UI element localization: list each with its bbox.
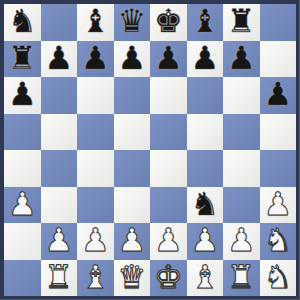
square-a5[interactable] [4, 114, 41, 151]
black-rook[interactable]: ♜ [8, 42, 37, 74]
square-e6[interactable] [150, 77, 187, 114]
square-a4[interactable] [4, 150, 41, 187]
square-b6[interactable] [41, 77, 78, 114]
square-c6[interactable] [77, 77, 114, 114]
square-g2[interactable]: ♟ [223, 223, 260, 260]
square-a2[interactable] [4, 223, 41, 260]
square-h3[interactable]: ♟ [260, 187, 297, 224]
white-pawn[interactable]: ♟ [44, 224, 73, 256]
square-a8[interactable]: ♞ [4, 4, 41, 41]
square-c8[interactable]: ♝ [77, 4, 114, 41]
square-h2[interactable]: ♞ [260, 223, 297, 260]
board-frame: ♞♝♛♚♝♜♜♟♟♟♟♟♟♟♟♟♞♟♟♟♟♟♟♟♞♜♝♛♚♝♜♞ [0, 0, 300, 300]
white-pawn[interactable]: ♟ [190, 224, 219, 256]
black-knight[interactable]: ♞ [8, 5, 37, 37]
square-c3[interactable] [77, 187, 114, 224]
white-knight[interactable]: ♞ [263, 224, 292, 256]
square-c5[interactable] [77, 114, 114, 151]
black-queen[interactable]: ♛ [117, 5, 146, 37]
square-f5[interactable] [187, 114, 224, 151]
square-e8[interactable]: ♚ [150, 4, 187, 41]
square-g1[interactable]: ♜ [223, 260, 260, 297]
white-queen[interactable]: ♛ [117, 261, 146, 293]
black-pawn[interactable]: ♟ [117, 42, 146, 74]
square-d8[interactable]: ♛ [114, 4, 151, 41]
square-f7[interactable]: ♟ [187, 41, 224, 78]
square-g5[interactable] [223, 114, 260, 151]
square-c2[interactable]: ♟ [77, 223, 114, 260]
square-h1[interactable]: ♞ [260, 260, 297, 297]
white-pawn[interactable]: ♟ [117, 224, 146, 256]
black-bishop[interactable]: ♝ [190, 5, 219, 37]
chess-board: ♞♝♛♚♝♜♜♟♟♟♟♟♟♟♟♟♞♟♟♟♟♟♟♟♞♜♝♛♚♝♜♞ [4, 4, 296, 296]
black-pawn[interactable]: ♟ [263, 78, 292, 110]
black-bishop[interactable]: ♝ [81, 5, 110, 37]
black-rook[interactable]: ♜ [227, 5, 256, 37]
square-b7[interactable]: ♟ [41, 41, 78, 78]
white-bishop[interactable]: ♝ [81, 261, 110, 293]
square-h4[interactable] [260, 150, 297, 187]
square-a7[interactable]: ♜ [4, 41, 41, 78]
black-pawn[interactable]: ♟ [190, 42, 219, 74]
square-d2[interactable]: ♟ [114, 223, 151, 260]
white-king[interactable]: ♚ [154, 261, 183, 293]
square-g8[interactable]: ♜ [223, 4, 260, 41]
square-e4[interactable] [150, 150, 187, 187]
square-f1[interactable]: ♝ [187, 260, 224, 297]
square-d3[interactable] [114, 187, 151, 224]
black-knight[interactable]: ♞ [190, 188, 219, 220]
white-rook[interactable]: ♜ [227, 261, 256, 293]
square-b4[interactable] [41, 150, 78, 187]
square-a6[interactable]: ♟ [4, 77, 41, 114]
white-pawn[interactable]: ♟ [81, 224, 110, 256]
square-d4[interactable] [114, 150, 151, 187]
white-rook[interactable]: ♜ [44, 261, 73, 293]
black-pawn[interactable]: ♟ [154, 42, 183, 74]
square-h6[interactable]: ♟ [260, 77, 297, 114]
square-a1[interactable] [4, 260, 41, 297]
black-pawn[interactable]: ♟ [44, 42, 73, 74]
square-g6[interactable] [223, 77, 260, 114]
square-h5[interactable] [260, 114, 297, 151]
square-a3[interactable]: ♟ [4, 187, 41, 224]
square-e1[interactable]: ♚ [150, 260, 187, 297]
square-b8[interactable] [41, 4, 78, 41]
square-f4[interactable] [187, 150, 224, 187]
square-c4[interactable] [77, 150, 114, 187]
white-bishop[interactable]: ♝ [190, 261, 219, 293]
square-d1[interactable]: ♛ [114, 260, 151, 297]
white-pawn[interactable]: ♟ [263, 188, 292, 220]
black-pawn[interactable]: ♟ [81, 42, 110, 74]
square-h8[interactable] [260, 4, 297, 41]
square-f6[interactable] [187, 77, 224, 114]
square-f8[interactable]: ♝ [187, 4, 224, 41]
square-g3[interactable] [223, 187, 260, 224]
black-king[interactable]: ♚ [154, 5, 183, 37]
square-e3[interactable] [150, 187, 187, 224]
square-e5[interactable] [150, 114, 187, 151]
square-b2[interactable]: ♟ [41, 223, 78, 260]
square-b5[interactable] [41, 114, 78, 151]
black-pawn[interactable]: ♟ [8, 78, 37, 110]
white-pawn[interactable]: ♟ [8, 188, 37, 220]
square-e7[interactable]: ♟ [150, 41, 187, 78]
square-b1[interactable]: ♜ [41, 260, 78, 297]
square-f2[interactable]: ♟ [187, 223, 224, 260]
square-e2[interactable]: ♟ [150, 223, 187, 260]
square-c1[interactable]: ♝ [77, 260, 114, 297]
square-g7[interactable]: ♟ [223, 41, 260, 78]
square-b3[interactable] [41, 187, 78, 224]
white-pawn[interactable]: ♟ [227, 224, 256, 256]
white-knight[interactable]: ♞ [263, 261, 292, 293]
square-d7[interactable]: ♟ [114, 41, 151, 78]
square-d6[interactable] [114, 77, 151, 114]
black-pawn[interactable]: ♟ [227, 42, 256, 74]
square-f3[interactable]: ♞ [187, 187, 224, 224]
square-h7[interactable] [260, 41, 297, 78]
white-pawn[interactable]: ♟ [154, 224, 183, 256]
square-g4[interactable] [223, 150, 260, 187]
square-d5[interactable] [114, 114, 151, 151]
square-c7[interactable]: ♟ [77, 41, 114, 78]
